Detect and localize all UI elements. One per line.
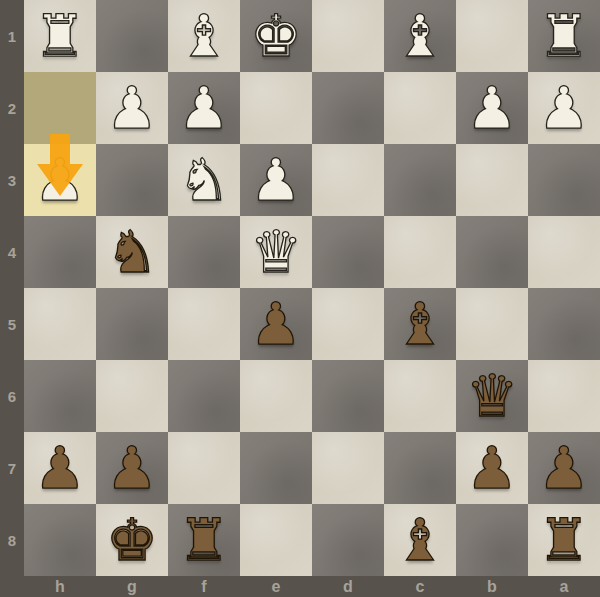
square-e6[interactable] [240,360,312,432]
white-king-e1[interactable]: ♚ [240,0,312,72]
black-pawn-g7[interactable]: ♟ [96,432,168,504]
rank-label-6: 6 [0,360,24,432]
rank-label-2: 2 [0,72,24,144]
square-g7[interactable]: ♟ [96,432,168,504]
square-a3[interactable] [528,144,600,216]
black-rook-a8[interactable]: ♜ [528,504,600,576]
square-d5[interactable] [312,288,384,360]
white-pawn-h3[interactable]: ♟ [24,144,96,216]
white-knight-f3[interactable]: ♞ [168,144,240,216]
file-label-b: b [456,576,528,597]
black-pawn-e5[interactable]: ♟ [240,288,312,360]
black-rook-f8[interactable]: ♜ [168,504,240,576]
square-g6[interactable] [96,360,168,432]
black-knight-g4[interactable]: ♞ [96,216,168,288]
rank-label-8: 8 [0,504,24,576]
square-c6[interactable] [384,360,456,432]
square-f8[interactable]: ♜ [168,504,240,576]
square-b5[interactable] [456,288,528,360]
square-f1[interactable]: ♝ [168,0,240,72]
square-b3[interactable] [456,144,528,216]
square-h2[interactable] [24,72,96,144]
square-c1[interactable]: ♝ [384,0,456,72]
square-g4[interactable]: ♞ [96,216,168,288]
square-a8[interactable]: ♜ [528,504,600,576]
square-a4[interactable] [528,216,600,288]
square-c2[interactable] [384,72,456,144]
square-h4[interactable] [24,216,96,288]
chess-app-screen: 12345678 ♜♝♚♝♜♟♟♟♟♟♞♟♞♛♟♝♛♟♟♟♟♚♜♝♜ hgfed… [0,0,600,597]
square-h3[interactable]: ♟ [24,144,96,216]
square-a2[interactable]: ♟ [528,72,600,144]
file-label-a: a [528,576,600,597]
square-h7[interactable]: ♟ [24,432,96,504]
white-pawn-f2[interactable]: ♟ [168,72,240,144]
square-e7[interactable] [240,432,312,504]
square-h6[interactable] [24,360,96,432]
black-bishop-c5[interactable]: ♝ [384,288,456,360]
square-f3[interactable]: ♞ [168,144,240,216]
square-d4[interactable] [312,216,384,288]
square-c8[interactable]: ♝ [384,504,456,576]
square-b6[interactable]: ♛ [456,360,528,432]
black-bishop-c8[interactable]: ♝ [384,504,456,576]
square-b7[interactable]: ♟ [456,432,528,504]
square-b8[interactable] [456,504,528,576]
rank-label-7: 7 [0,432,24,504]
square-e8[interactable] [240,504,312,576]
file-label-f: f [168,576,240,597]
black-pawn-h7[interactable]: ♟ [24,432,96,504]
chess-board[interactable]: ♜♝♚♝♜♟♟♟♟♟♞♟♞♛♟♝♛♟♟♟♟♚♜♝♜ [24,0,600,576]
square-c3[interactable] [384,144,456,216]
square-h8[interactable] [24,504,96,576]
rank-labels: 12345678 [0,0,24,576]
square-e1[interactable]: ♚ [240,0,312,72]
white-pawn-a2[interactable]: ♟ [528,72,600,144]
square-a5[interactable] [528,288,600,360]
square-g3[interactable] [96,144,168,216]
square-h5[interactable] [24,288,96,360]
rank-label-1: 1 [0,0,24,72]
square-g1[interactable] [96,0,168,72]
square-b4[interactable] [456,216,528,288]
file-label-d: d [312,576,384,597]
square-a6[interactable] [528,360,600,432]
square-d1[interactable] [312,0,384,72]
rank-label-5: 5 [0,288,24,360]
square-c4[interactable] [384,216,456,288]
white-pawn-e3[interactable]: ♟ [240,144,312,216]
white-rook-h1[interactable]: ♜ [24,0,96,72]
square-d2[interactable] [312,72,384,144]
rank-label-4: 4 [0,216,24,288]
black-queen-b6[interactable]: ♛ [456,360,528,432]
square-d6[interactable] [312,360,384,432]
square-a7[interactable]: ♟ [528,432,600,504]
square-f7[interactable] [168,432,240,504]
square-d3[interactable] [312,144,384,216]
file-labels: hgfedcba [24,576,600,597]
square-a1[interactable]: ♜ [528,0,600,72]
square-f5[interactable] [168,288,240,360]
square-e5[interactable]: ♟ [240,288,312,360]
square-b2[interactable]: ♟ [456,72,528,144]
square-e4[interactable]: ♛ [240,216,312,288]
white-queen-e4[interactable]: ♛ [240,216,312,288]
square-e2[interactable] [240,72,312,144]
white-rook-a1[interactable]: ♜ [528,0,600,72]
white-pawn-b2[interactable]: ♟ [456,72,528,144]
black-king-g8[interactable]: ♚ [96,504,168,576]
black-pawn-a7[interactable]: ♟ [528,432,600,504]
square-g2[interactable]: ♟ [96,72,168,144]
black-pawn-b7[interactable]: ♟ [456,432,528,504]
white-bishop-f1[interactable]: ♝ [168,0,240,72]
file-label-e: e [240,576,312,597]
square-c5[interactable]: ♝ [384,288,456,360]
square-g8[interactable]: ♚ [96,504,168,576]
square-b1[interactable] [456,0,528,72]
square-g5[interactable] [96,288,168,360]
file-label-g: g [96,576,168,597]
square-e3[interactable]: ♟ [240,144,312,216]
file-label-c: c [384,576,456,597]
square-c7[interactable] [384,432,456,504]
square-f4[interactable] [168,216,240,288]
file-label-h: h [24,576,96,597]
white-bishop-c1[interactable]: ♝ [384,0,456,72]
square-d7[interactable] [312,432,384,504]
square-f2[interactable]: ♟ [168,72,240,144]
white-pawn-g2[interactable]: ♟ [96,72,168,144]
rank-label-3: 3 [0,144,24,216]
square-h1[interactable]: ♜ [24,0,96,72]
square-f6[interactable] [168,360,240,432]
square-d8[interactable] [312,504,384,576]
